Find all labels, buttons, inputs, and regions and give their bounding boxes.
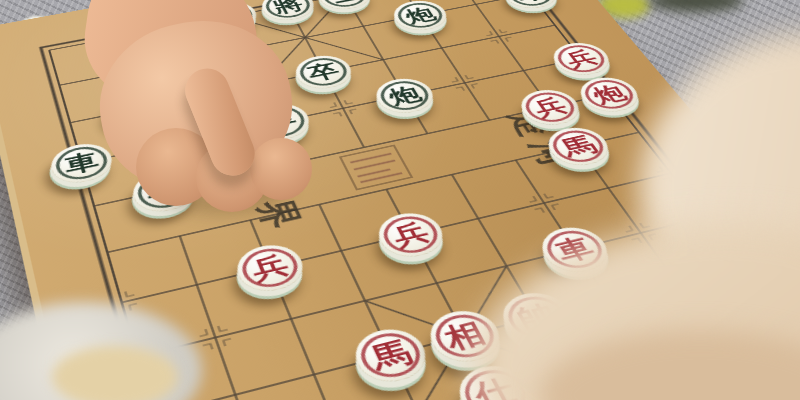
piece-character: 馬 bbox=[366, 337, 415, 374]
piece-character: 車 bbox=[512, 0, 550, 4]
folded-finger bbox=[250, 138, 312, 200]
photo-scene: 漢界 楚河 象馬將士炮車象卒車馬卒炮兵卒兵炮馬兵兵車馬相帥相仕 bbox=[0, 0, 800, 400]
piece-character: 馬 bbox=[556, 133, 600, 159]
piece-character: 兵 bbox=[561, 47, 602, 69]
piece-character: 炮 bbox=[385, 84, 425, 108]
piece-character: 炮 bbox=[588, 82, 630, 106]
piece-character: 將 bbox=[270, 0, 306, 16]
piece-character: 車 bbox=[62, 150, 101, 177]
piece-character: 兵 bbox=[529, 95, 571, 119]
piece-character: 卒 bbox=[304, 60, 342, 83]
piece-character: 兵 bbox=[248, 252, 293, 284]
piece-character: 士 bbox=[327, 0, 363, 5]
blurred-glass-contents bbox=[52, 346, 178, 400]
piece-character: 兵 bbox=[388, 219, 433, 249]
piece-character: 炮 bbox=[402, 5, 439, 26]
